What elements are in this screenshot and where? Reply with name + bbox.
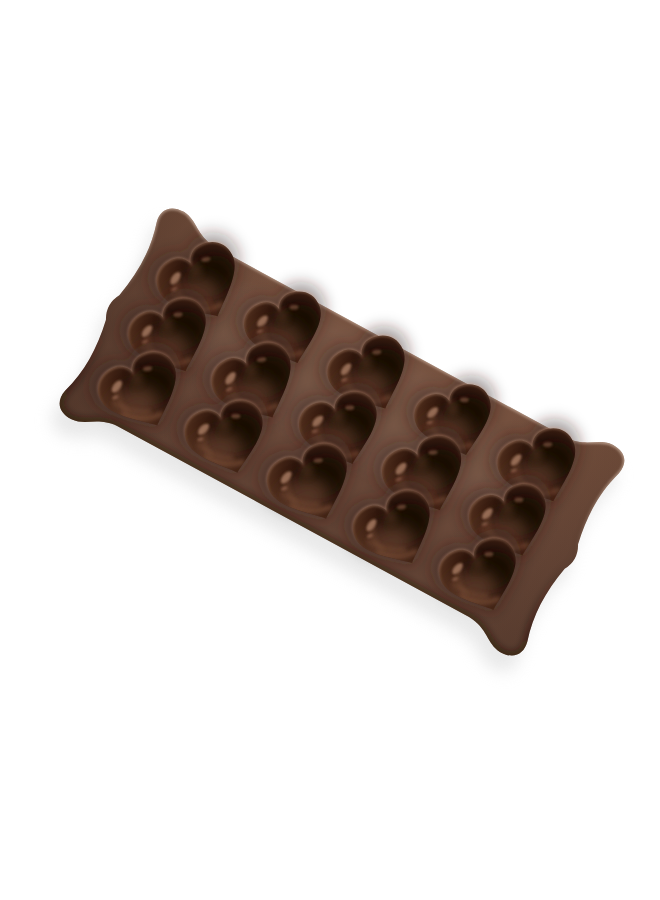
product-photo <box>0 0 660 900</box>
product-photo-page <box>0 0 660 900</box>
mold-illustration <box>0 0 660 900</box>
